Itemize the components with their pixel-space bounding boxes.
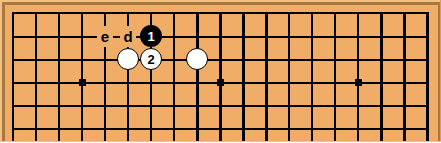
stone-number: 1 [147, 30, 154, 43]
star-point-marker [79, 79, 86, 86]
point-label-e: e [94, 25, 117, 48]
star-point-marker [355, 79, 362, 86]
white-stone-G17: 2 [140, 48, 162, 70]
point-label-text: d [120, 26, 136, 47]
board-frame-left-dark [2, 2, 5, 141]
white-stone-J17 [186, 48, 208, 70]
stone-number: 2 [147, 53, 154, 66]
white-stone: 2 [140, 48, 163, 71]
black-stone-G18: 1 [140, 25, 162, 47]
white-stone [117, 48, 140, 71]
board-frame-top-dark [2, 2, 440, 5]
star-point [347, 71, 370, 94]
board-frame-bottom-light [0, 141, 441, 143]
go-board-grid[interactable]: ed12 [2, 2, 439, 143]
point-label-d: d [117, 25, 140, 48]
star-point [71, 71, 94, 94]
go-board: ed12 [0, 0, 441, 142]
white-stone-F17 [117, 48, 139, 70]
star-point [209, 71, 232, 94]
black-stone: 1 [140, 25, 163, 48]
point-label-text: e [97, 26, 113, 47]
white-stone [186, 48, 209, 71]
star-point-marker [217, 79, 224, 86]
